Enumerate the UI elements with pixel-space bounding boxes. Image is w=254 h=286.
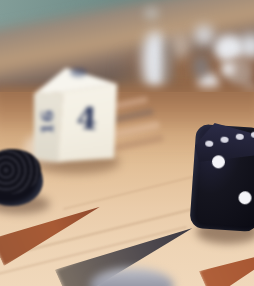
black-checker[interactable]	[0, 149, 44, 206]
chrome-piece-bokeh	[144, 7, 159, 20]
cube-top-marking	[70, 68, 87, 77]
chrome-piece-gap	[164, 38, 173, 90]
cube-value-side: 16	[37, 109, 57, 135]
chrome-piece-bokeh	[193, 55, 209, 78]
cube-value-front: 4	[76, 101, 99, 137]
black-die[interactable]	[189, 120, 254, 232]
backgammon-photo: 16 4	[0, 0, 254, 286]
chrome-piece-bokeh	[221, 62, 235, 76]
chrome-piece-bokeh	[194, 25, 214, 45]
